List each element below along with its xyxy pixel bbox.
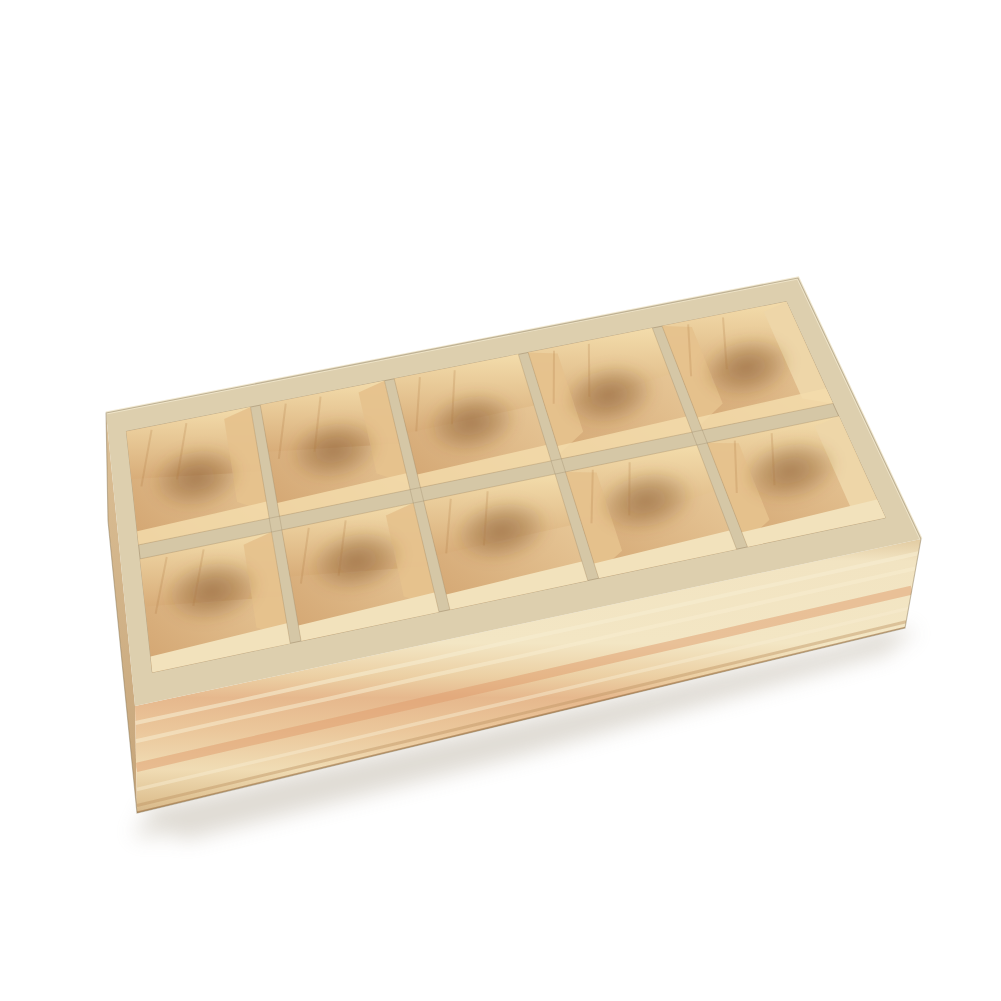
wall-grain-line bbox=[592, 470, 593, 523]
product-photo-stage bbox=[0, 0, 1001, 1001]
wall-grain-line bbox=[589, 344, 590, 397]
wooden-tray-photo bbox=[0, 0, 1001, 1001]
